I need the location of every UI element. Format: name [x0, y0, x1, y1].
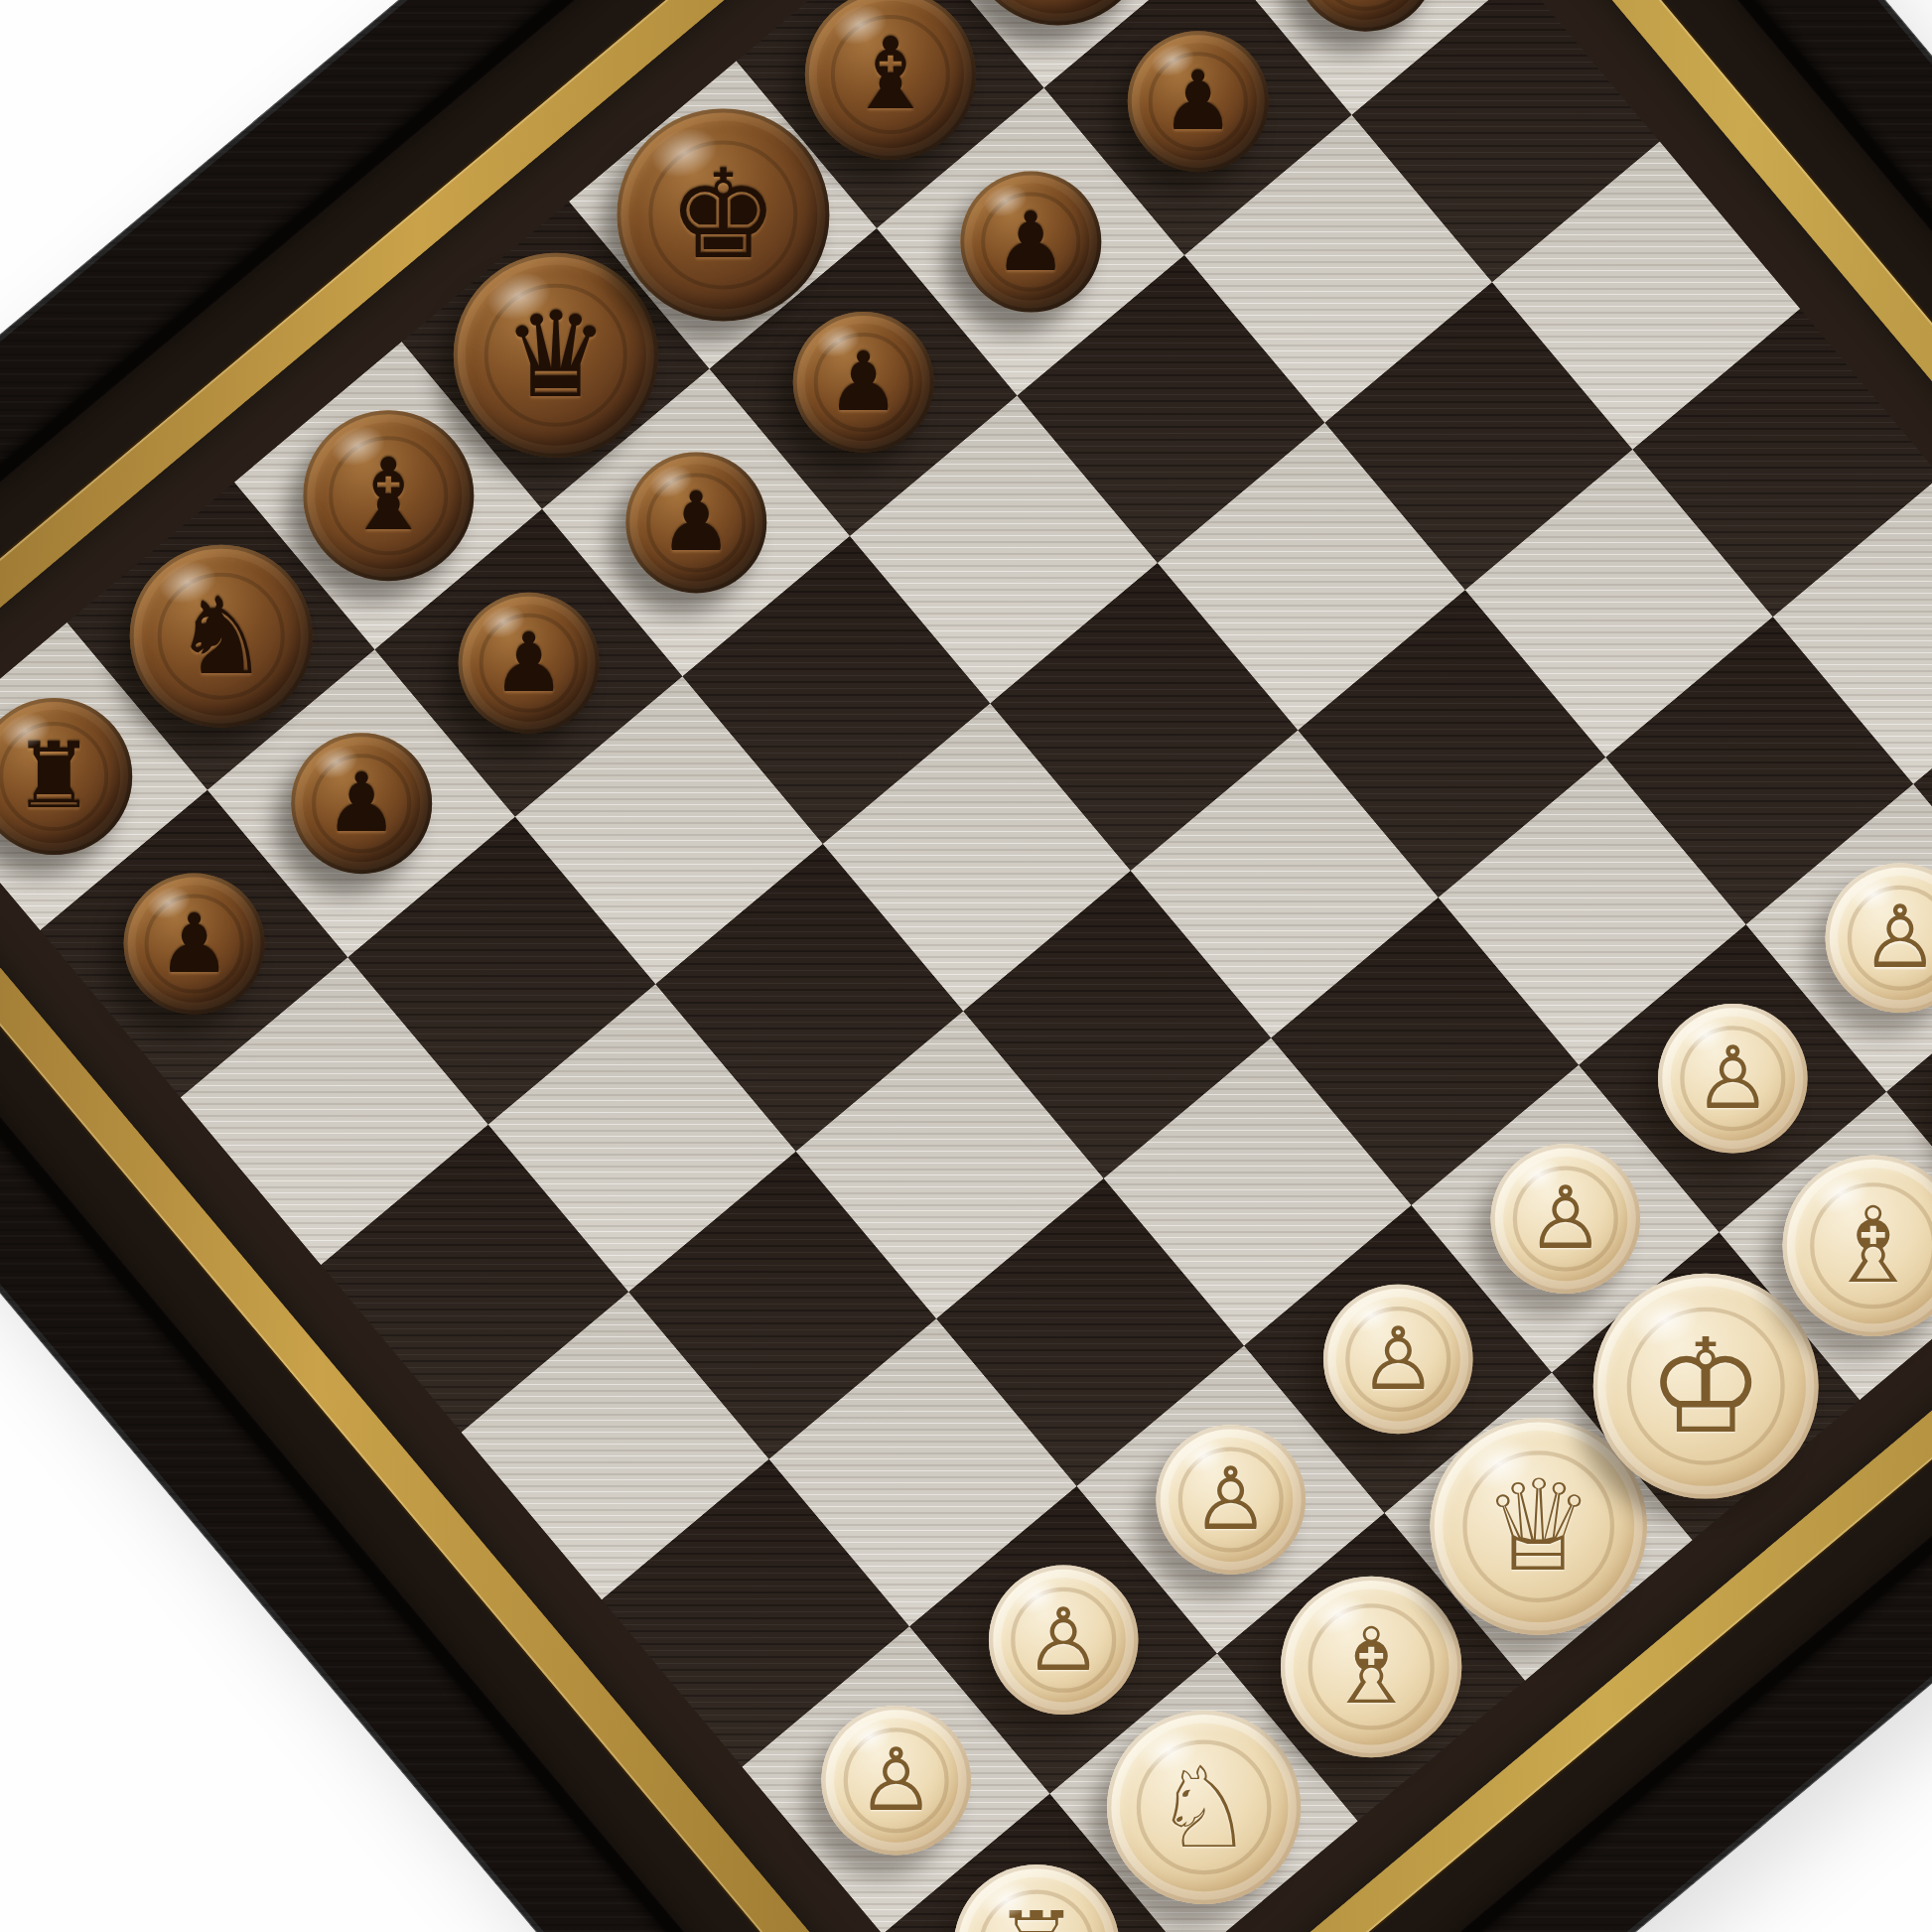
black-pawn-icon: ♟ — [158, 902, 231, 984]
white-bishop-icon: ♗ — [1324, 1614, 1419, 1720]
white-pawn-disc: ♙ — [989, 1566, 1139, 1716]
white-queen-icon: ♕ — [1482, 1463, 1595, 1589]
piece-white-pawn-d2[interactable]: ♙ — [1293, 1254, 1503, 1464]
black-queen-icon: ♛ — [502, 296, 609, 414]
black-king-icon: ♚ — [668, 153, 778, 276]
white-rook-disc: ♖ — [953, 1864, 1119, 1932]
piece-white-pawn-a2[interactable]: ♙ — [791, 1675, 1002, 1885]
black-king-disc: ♚ — [617, 108, 829, 321]
white-pawn-disc: ♙ — [821, 1706, 971, 1856]
white-knight-icon: ♘ — [1154, 1751, 1254, 1863]
product-photo-backdrop: ♜♞♝♛♚♝♞♜♟♟♟♟♟♟♟♟♙♙♙♙♙♙♙♙♖♘♗♕♔♗♘♖ — [0, 0, 1932, 1932]
black-rook-icon: ♜ — [13, 731, 94, 822]
black-pawn-icon: ♟ — [492, 622, 566, 704]
black-pawn-disc: ♟ — [1295, 0, 1436, 32]
black-bishop-disc: ♝ — [805, 0, 976, 160]
white-king-disc: ♔ — [1593, 1274, 1819, 1499]
piece-white-pawn-f2[interactable]: ♙ — [1627, 973, 1838, 1183]
piece-black-rook-a8[interactable]: ♜ — [0, 666, 164, 888]
white-pawn-disc: ♙ — [1491, 1144, 1641, 1294]
piece-black-pawn-e7[interactable]: ♟ — [764, 283, 963, 482]
black-pawn-icon: ♟ — [1162, 61, 1235, 142]
black-pawn-icon: ♟ — [325, 762, 398, 844]
black-pawn-disc: ♟ — [793, 312, 934, 453]
white-pawn-icon: ♙ — [1359, 1315, 1437, 1402]
black-pawn-disc: ♟ — [960, 172, 1101, 313]
black-knight-disc: ♞ — [130, 545, 313, 728]
white-pawn-disc: ♙ — [1658, 1004, 1808, 1154]
white-pawn-disc: ♙ — [1826, 864, 1932, 1014]
white-bishop-icon: ♗ — [1826, 1193, 1920, 1299]
white-rook-icon: ♖ — [994, 1899, 1080, 1932]
black-bishop-icon: ♝ — [846, 25, 934, 124]
black-pawn-disc: ♟ — [459, 593, 600, 734]
white-pawn-icon: ♙ — [858, 1737, 935, 1824]
white-pawn-icon: ♙ — [1025, 1596, 1102, 1683]
chess-board: ♜♞♝♛♚♝♞♜♟♟♟♟♟♟♟♟♙♙♙♙♙♙♙♙♖♘♗♕♔♗♘♖ — [0, 0, 1932, 1932]
black-knight-disc: ♞ — [966, 0, 1149, 26]
piece-white-pawn-g2[interactable]: ♙ — [1795, 833, 1932, 1043]
white-bishop-disc: ♗ — [1783, 1156, 1932, 1336]
white-pawn-icon: ♙ — [1862, 895, 1932, 981]
black-knight-icon: ♞ — [174, 583, 269, 689]
white-pawn-disc: ♙ — [1156, 1425, 1306, 1575]
black-bishop-icon: ♝ — [345, 446, 433, 545]
black-pawn-disc: ♟ — [291, 733, 432, 874]
white-pawn-disc: ♙ — [1323, 1285, 1473, 1435]
piece-black-pawn-h7[interactable]: ♟ — [1266, 0, 1464, 61]
piece-white-pawn-c2[interactable]: ♙ — [1126, 1394, 1336, 1604]
piece-black-pawn-f7[interactable]: ♟ — [931, 143, 1130, 342]
black-pawn-disc: ♟ — [1128, 31, 1269, 172]
piece-black-pawn-c7[interactable]: ♟ — [430, 564, 628, 762]
black-pawn-icon: ♟ — [994, 201, 1067, 282]
white-king-icon: ♔ — [1647, 1320, 1764, 1451]
black-queen-disc: ♛ — [454, 253, 658, 458]
piece-black-pawn-d7[interactable]: ♟ — [597, 423, 795, 621]
white-bishop-disc: ♗ — [1281, 1577, 1461, 1757]
black-pawn-disc: ♟ — [124, 874, 265, 1015]
white-knight-disc: ♘ — [1107, 1711, 1301, 1904]
black-pawn-icon: ♟ — [1328, 0, 1402, 2]
piece-white-pawn-b2[interactable]: ♙ — [958, 1535, 1169, 1745]
piece-black-pawn-g7[interactable]: ♟ — [1099, 2, 1298, 201]
black-rook-disc: ♜ — [0, 698, 132, 855]
piece-black-pawn-b7[interactable]: ♟ — [262, 704, 461, 902]
black-pawn-disc: ♟ — [625, 452, 766, 593]
piece-black-pawn-a7[interactable]: ♟ — [95, 845, 294, 1043]
white-pawn-icon: ♙ — [1694, 1035, 1771, 1122]
piece-white-pawn-e2[interactable]: ♙ — [1460, 1114, 1671, 1324]
black-pawn-icon: ♟ — [827, 342, 900, 423]
black-pawn-icon: ♟ — [659, 482, 733, 563]
white-pawn-icon: ♙ — [1192, 1456, 1270, 1543]
black-bishop-disc: ♝ — [303, 410, 474, 581]
white-pawn-icon: ♙ — [1527, 1175, 1604, 1262]
